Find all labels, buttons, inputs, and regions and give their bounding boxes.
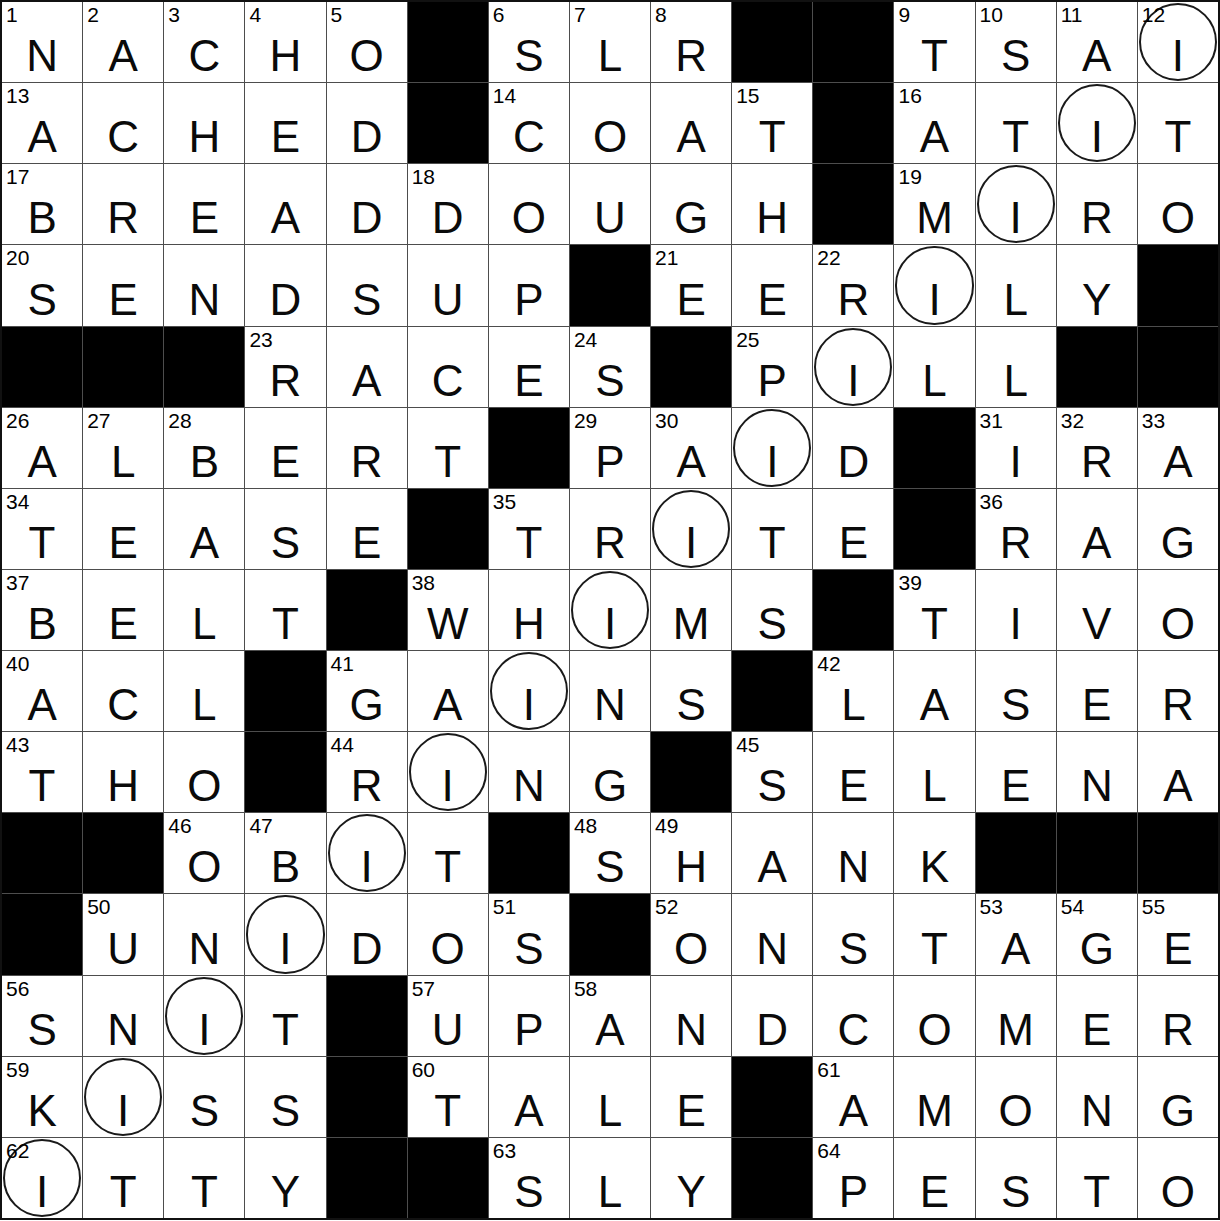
letter-cell[interactable]: N (164, 894, 244, 974)
cell-letter: T (732, 115, 812, 159)
block-cell (894, 489, 974, 569)
cell-letter: U (408, 278, 488, 322)
letter-cell[interactable]: 18D (408, 164, 488, 244)
clue-number: 44 (331, 733, 354, 756)
letter-cell[interactable]: T (164, 1138, 244, 1218)
letter-cell[interactable]: A (732, 813, 812, 893)
letter-cell[interactable]: 37B (2, 570, 82, 650)
cell-letter: M (894, 196, 974, 240)
clue-number: 14 (493, 84, 516, 107)
crossword-board: 1N2A3C4H5O6S7L8R9T10S11A12I13ACHED14COA1… (0, 0, 1220, 1221)
letter-cell[interactable]: N (813, 813, 893, 893)
cell-letter: T (894, 34, 974, 78)
letter-cell[interactable]: E (813, 489, 893, 569)
letter-cell[interactable]: 55E (1138, 894, 1218, 974)
letter-cell[interactable]: D (813, 408, 893, 488)
letter-cell[interactable]: R (570, 489, 650, 569)
letter-cell[interactable]: 44R (327, 732, 407, 812)
letter-cell[interactable]: C (813, 976, 893, 1056)
letter-cell[interactable]: S (976, 1138, 1056, 1218)
letter-cell[interactable]: U (408, 245, 488, 325)
letter-cell[interactable]: T (408, 813, 488, 893)
cell-letter: I (732, 440, 812, 484)
letter-cell[interactable]: 50U (83, 894, 163, 974)
letter-cell[interactable]: P (489, 976, 569, 1056)
letter-cell[interactable]: 7L (570, 2, 650, 82)
letter-cell[interactable]: 34T (2, 489, 82, 569)
letter-cell[interactable]: R (327, 408, 407, 488)
clue-number: 42 (817, 652, 840, 675)
letter-cell[interactable]: H (164, 83, 244, 163)
letter-cell[interactable]: D (732, 976, 812, 1056)
letter-cell[interactable]: I (327, 813, 407, 893)
cell-letter: R (327, 440, 407, 484)
letter-cell[interactable]: L (894, 327, 974, 407)
block-cell (327, 1057, 407, 1137)
cell-letter: I (570, 602, 650, 646)
block-cell (408, 83, 488, 163)
letter-cell[interactable]: O (1138, 570, 1218, 650)
cell-letter: S (976, 34, 1056, 78)
cell-letter: L (83, 440, 163, 484)
letter-cell[interactable]: L (894, 732, 974, 812)
cell-letter: S (813, 927, 893, 971)
letter-cell[interactable]: 63S (489, 1138, 569, 1218)
letter-cell[interactable]: L (164, 651, 244, 731)
letter-cell[interactable]: Y (1057, 245, 1137, 325)
letter-cell[interactable]: 21E (651, 245, 731, 325)
letter-cell[interactable]: 35T (489, 489, 569, 569)
cell-letter: N (1057, 764, 1137, 808)
letter-cell[interactable]: R (83, 164, 163, 244)
letter-cell[interactable]: G (1138, 489, 1218, 569)
letter-cell[interactable]: I (651, 489, 731, 569)
letter-cell[interactable]: E (83, 489, 163, 569)
cell-letter: A (894, 115, 974, 159)
letter-cell[interactable]: D (327, 894, 407, 974)
letter-cell[interactable]: D (327, 83, 407, 163)
cell-letter: E (245, 440, 325, 484)
letter-cell[interactable]: 58A (570, 976, 650, 1056)
letter-cell[interactable]: I (408, 732, 488, 812)
letter-cell[interactable]: T (83, 1138, 163, 1218)
letter-cell[interactable]: 19M (894, 164, 974, 244)
cell-letter: A (1057, 34, 1137, 78)
letter-cell[interactable]: N (1057, 732, 1137, 812)
cell-letter: P (489, 278, 569, 322)
clue-number: 2 (87, 3, 99, 26)
letter-cell[interactable]: T (1057, 1138, 1137, 1218)
clue-number: 30 (655, 409, 678, 432)
letter-cell[interactable]: 39T (894, 570, 974, 650)
cell-letter: S (2, 1008, 82, 1052)
cell-letter: G (327, 683, 407, 727)
letter-cell[interactable]: L (570, 1057, 650, 1137)
letter-cell[interactable]: 57U (408, 976, 488, 1056)
letter-cell[interactable]: 48S (570, 813, 650, 893)
letter-cell[interactable]: E (813, 732, 893, 812)
letter-cell[interactable]: E (245, 408, 325, 488)
letter-cell[interactable]: 60T (408, 1057, 488, 1137)
letter-cell[interactable]: 3C (164, 2, 244, 82)
cell-letter: C (813, 1008, 893, 1052)
letter-cell[interactable]: 33A (1138, 408, 1218, 488)
letter-cell[interactable]: G (651, 164, 731, 244)
cell-letter: M (976, 1008, 1056, 1052)
cell-letter: I (813, 359, 893, 403)
cell-letter: O (1138, 602, 1218, 646)
clue-number: 23 (249, 328, 272, 351)
letter-cell[interactable]: 25P (732, 327, 812, 407)
letter-cell[interactable]: S (732, 570, 812, 650)
block-cell (489, 813, 569, 893)
cell-letter: L (894, 764, 974, 808)
clue-number: 19 (898, 165, 921, 188)
clue-number: 9 (898, 3, 910, 26)
cell-letter: C (83, 683, 163, 727)
letter-cell[interactable]: S (813, 894, 893, 974)
clue-number: 4 (249, 3, 261, 26)
letter-cell[interactable]: I (1057, 83, 1137, 163)
cell-letter: P (489, 1008, 569, 1052)
letter-cell[interactable]: T (245, 976, 325, 1056)
letter-cell[interactable]: H (489, 570, 569, 650)
letter-cell[interactable]: 32R (1057, 408, 1137, 488)
cell-letter: G (1138, 521, 1218, 565)
letter-cell[interactable]: 59K (2, 1057, 82, 1137)
letter-cell[interactable]: 15T (732, 83, 812, 163)
letter-cell[interactable]: 22R (813, 245, 893, 325)
letter-cell[interactable]: 10S (976, 2, 1056, 82)
letter-cell[interactable]: O (489, 164, 569, 244)
cell-letter: E (813, 521, 893, 565)
letter-cell[interactable]: 52O (651, 894, 731, 974)
cell-letter: E (245, 115, 325, 159)
letter-cell[interactable]: E (732, 245, 812, 325)
letter-cell[interactable]: O (894, 976, 974, 1056)
cell-letter: G (651, 196, 731, 240)
cell-letter: Y (1057, 278, 1137, 322)
letter-cell[interactable]: S (327, 245, 407, 325)
letter-cell[interactable]: I (245, 894, 325, 974)
letter-cell[interactable]: A (327, 327, 407, 407)
letter-cell[interactable]: R (1057, 164, 1137, 244)
letter-cell[interactable]: 2A (83, 2, 163, 82)
letter-cell[interactable]: O (1138, 164, 1218, 244)
letter-cell[interactable]: I (164, 976, 244, 1056)
block-cell (1138, 813, 1218, 893)
clue-number: 50 (87, 895, 110, 918)
cell-letter: U (408, 1008, 488, 1052)
letter-cell[interactable]: E (1057, 651, 1137, 731)
letter-cell[interactable]: A (245, 164, 325, 244)
cell-letter: I (408, 764, 488, 808)
cell-letter: A (164, 521, 244, 565)
letter-cell[interactable]: I (570, 570, 650, 650)
letter-cell[interactable]: 62I (2, 1138, 82, 1218)
letter-cell[interactable]: V (1057, 570, 1137, 650)
letter-cell[interactable]: 23R (245, 327, 325, 407)
cell-letter: T (408, 440, 488, 484)
cell-letter: I (489, 683, 569, 727)
letter-cell[interactable]: A (894, 651, 974, 731)
letter-cell[interactable]: L (976, 245, 1056, 325)
letter-cell[interactable]: S (976, 651, 1056, 731)
block-cell (408, 1138, 488, 1218)
letter-cell[interactable]: 40A (2, 651, 82, 731)
letter-cell[interactable]: L (976, 327, 1056, 407)
cell-letter: C (83, 115, 163, 159)
block-cell (489, 408, 569, 488)
cell-letter: I (976, 602, 1056, 646)
cell-letter: R (83, 196, 163, 240)
letter-cell[interactable]: E (894, 1138, 974, 1218)
letter-cell[interactable]: E (489, 327, 569, 407)
letter-cell[interactable]: 47B (245, 813, 325, 893)
cell-letter: U (83, 927, 163, 971)
cell-letter: O (164, 764, 244, 808)
block-cell (894, 408, 974, 488)
cell-letter: D (327, 196, 407, 240)
letter-cell[interactable]: S (245, 489, 325, 569)
letter-cell[interactable]: 61A (813, 1057, 893, 1137)
letter-cell[interactable]: 64P (813, 1138, 893, 1218)
letter-cell[interactable]: 53A (976, 894, 1056, 974)
cell-letter: L (570, 34, 650, 78)
clue-number: 33 (1142, 409, 1165, 432)
letter-cell[interactable]: C (408, 327, 488, 407)
block-cell (164, 327, 244, 407)
cell-letter: H (651, 845, 731, 889)
cell-letter: A (651, 440, 731, 484)
letter-cell[interactable]: C (83, 651, 163, 731)
cell-letter: E (83, 278, 163, 322)
clue-number: 24 (574, 328, 597, 351)
letter-cell[interactable]: I (489, 651, 569, 731)
clue-number: 3 (168, 3, 180, 26)
cell-letter: A (894, 683, 974, 727)
letter-cell[interactable]: M (976, 976, 1056, 1056)
block-cell (327, 976, 407, 1056)
letter-cell[interactable]: H (83, 732, 163, 812)
letter-cell[interactable]: 31I (976, 408, 1056, 488)
letter-cell[interactable]: K (894, 813, 974, 893)
letter-cell[interactable]: N (732, 894, 812, 974)
letter-cell[interactable]: E (83, 570, 163, 650)
cell-letter: I (83, 1089, 163, 1133)
letter-cell[interactable]: U (570, 164, 650, 244)
letter-cell[interactable]: A (164, 489, 244, 569)
letter-cell[interactable]: D (245, 245, 325, 325)
cell-letter: Y (245, 1170, 325, 1214)
letter-cell[interactable]: D (327, 164, 407, 244)
letter-cell[interactable]: 42L (813, 651, 893, 731)
block-cell (327, 1138, 407, 1218)
letter-cell[interactable]: E (245, 83, 325, 163)
block-cell (732, 651, 812, 731)
letter-cell[interactable]: I (976, 164, 1056, 244)
letter-cell[interactable]: L (164, 570, 244, 650)
cell-letter: S (976, 683, 1056, 727)
letter-cell[interactable]: E (164, 164, 244, 244)
cell-letter: A (570, 1008, 650, 1052)
letter-cell[interactable]: 17B (2, 164, 82, 244)
cell-letter: T (976, 115, 1056, 159)
clue-number: 49 (655, 814, 678, 837)
letter-cell[interactable]: Y (245, 1138, 325, 1218)
block-cell (813, 83, 893, 163)
letter-cell[interactable]: 46O (164, 813, 244, 893)
cell-letter: R (570, 521, 650, 565)
letter-cell[interactable]: S (245, 1057, 325, 1137)
letter-cell[interactable]: M (651, 570, 731, 650)
letter-cell[interactable]: L (570, 1138, 650, 1218)
cell-letter: H (732, 196, 812, 240)
letter-cell[interactable]: T (1138, 83, 1218, 163)
cell-letter: L (813, 683, 893, 727)
letter-cell[interactable]: 36R (976, 489, 1056, 569)
cell-letter: T (83, 1170, 163, 1214)
cell-letter: E (976, 764, 1056, 808)
clue-number: 52 (655, 895, 678, 918)
letter-cell[interactable]: 27L (83, 408, 163, 488)
letter-cell[interactable]: 9T (894, 2, 974, 82)
letter-cell[interactable]: 20S (2, 245, 82, 325)
cell-letter: S (2, 278, 82, 322)
letter-cell[interactable]: Y (651, 1138, 731, 1218)
letter-cell[interactable]: I (83, 1057, 163, 1137)
cell-letter: S (489, 1170, 569, 1214)
block-cell (83, 813, 163, 893)
cell-letter: T (2, 521, 82, 565)
letter-cell[interactable]: 14C (489, 83, 569, 163)
letter-cell[interactable]: G (570, 732, 650, 812)
letter-cell[interactable]: O (164, 732, 244, 812)
cell-letter: R (1138, 1008, 1218, 1052)
letter-cell[interactable]: O (976, 1057, 1056, 1137)
letter-cell[interactable]: 41G (327, 651, 407, 731)
letter-cell[interactable]: N (83, 976, 163, 1056)
letter-cell[interactable]: G (1138, 1057, 1218, 1137)
letter-cell[interactable]: R (1138, 651, 1218, 731)
letter-cell[interactable]: 1N (2, 2, 82, 82)
letter-cell[interactable]: 49H (651, 813, 731, 893)
letter-cell[interactable]: I (813, 327, 893, 407)
letter-cell[interactable]: C (83, 83, 163, 163)
letter-cell[interactable]: 28B (164, 408, 244, 488)
letter-cell[interactable]: 11A (1057, 2, 1137, 82)
letter-cell[interactable]: H (732, 164, 812, 244)
clue-number: 36 (980, 490, 1003, 513)
cell-letter: E (1138, 927, 1218, 971)
letter-cell[interactable]: I (976, 570, 1056, 650)
cell-letter: R (1057, 440, 1137, 484)
block-cell (245, 732, 325, 812)
letter-cell[interactable]: E (651, 1057, 731, 1137)
letter-cell[interactable]: 54G (1057, 894, 1137, 974)
letter-cell[interactable]: A (408, 651, 488, 731)
cell-letter: U (570, 196, 650, 240)
cell-letter: R (245, 359, 325, 403)
clue-number: 21 (655, 246, 678, 269)
cell-letter: L (976, 359, 1056, 403)
cell-letter: N (651, 1008, 731, 1052)
letter-cell[interactable]: 6S (489, 2, 569, 82)
clue-number: 54 (1061, 895, 1084, 918)
letter-cell[interactable]: 30A (651, 408, 731, 488)
cell-letter: K (2, 1089, 82, 1133)
clue-number: 28 (168, 409, 191, 432)
letter-cell[interactable]: 12I (1138, 2, 1218, 82)
letter-cell[interactable]: A (1138, 732, 1218, 812)
letter-cell[interactable]: 29P (570, 408, 650, 488)
letter-cell[interactable]: M (894, 1057, 974, 1137)
letter-cell[interactable]: P (489, 245, 569, 325)
letter-cell[interactable]: 24S (570, 327, 650, 407)
letter-cell[interactable]: R (1138, 976, 1218, 1056)
cell-letter: K (894, 845, 974, 889)
letter-cell[interactable]: T (245, 570, 325, 650)
letter-cell[interactable]: E (83, 245, 163, 325)
block-cell (83, 327, 163, 407)
letter-cell[interactable]: T (732, 489, 812, 569)
letter-cell[interactable]: O (408, 894, 488, 974)
letter-cell[interactable]: 16A (894, 83, 974, 163)
letter-cell[interactable]: 51S (489, 894, 569, 974)
letter-cell[interactable]: N (651, 976, 731, 1056)
letter-cell[interactable]: A (489, 1057, 569, 1137)
letter-cell[interactable]: T (976, 83, 1056, 163)
letter-cell[interactable]: 13A (2, 83, 82, 163)
cell-letter: O (1138, 196, 1218, 240)
clue-number: 59 (6, 1058, 29, 1081)
letter-cell[interactable]: 5O (327, 2, 407, 82)
letter-cell[interactable]: E (976, 732, 1056, 812)
letter-cell[interactable]: S (164, 1057, 244, 1137)
cell-letter: G (1057, 927, 1137, 971)
clue-number: 15 (736, 84, 759, 107)
letter-cell[interactable]: A (1057, 489, 1137, 569)
letter-cell[interactable]: N (570, 651, 650, 731)
letter-cell[interactable]: I (894, 245, 974, 325)
letter-cell[interactable]: E (1057, 976, 1137, 1056)
letter-cell[interactable]: 26A (2, 408, 82, 488)
cell-letter: E (651, 1089, 731, 1133)
letter-cell[interactable]: T (408, 408, 488, 488)
clue-number: 22 (817, 246, 840, 269)
letter-cell[interactable]: 43T (2, 732, 82, 812)
block-cell (2, 813, 82, 893)
letter-cell[interactable]: I (732, 408, 812, 488)
letter-cell[interactable]: 8R (651, 2, 731, 82)
letter-cell[interactable]: S (651, 651, 731, 731)
cell-letter: M (651, 602, 731, 646)
cell-letter: A (489, 1089, 569, 1133)
letter-cell[interactable]: E (327, 489, 407, 569)
letter-cell[interactable]: 45S (732, 732, 812, 812)
letter-cell[interactable]: N (489, 732, 569, 812)
letter-cell[interactable]: 38W (408, 570, 488, 650)
letter-cell[interactable]: 4H (245, 2, 325, 82)
letter-cell[interactable]: T (894, 894, 974, 974)
letter-cell[interactable]: N (1057, 1057, 1137, 1137)
letter-cell[interactable]: N (164, 245, 244, 325)
letter-cell[interactable]: A (651, 83, 731, 163)
letter-cell[interactable]: O (1138, 1138, 1218, 1218)
letter-cell[interactable]: O (570, 83, 650, 163)
letter-cell[interactable]: 56S (2, 976, 82, 1056)
block-cell (813, 164, 893, 244)
